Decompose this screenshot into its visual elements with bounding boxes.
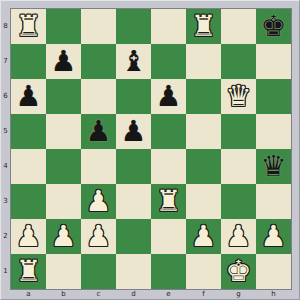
square-d5[interactable]: ♟ [116,114,151,149]
file-label-a: a [11,289,46,300]
square-f3[interactable] [186,184,221,219]
square-f2[interactable]: ♟ [186,219,221,254]
piece-black-pawn-d5[interactable]: ♟ [116,114,151,149]
square-c5[interactable]: ♟ [81,114,116,149]
piece-white-rook-e3[interactable]: ♜ [151,184,186,219]
square-d3[interactable] [116,184,151,219]
square-b3[interactable] [46,184,81,219]
square-h3[interactable] [256,184,291,219]
square-d4[interactable] [116,149,151,184]
square-g3[interactable] [221,184,256,219]
square-g4[interactable] [221,149,256,184]
square-c8[interactable] [81,9,116,44]
square-h6[interactable] [256,79,291,114]
rank-label-5: 5 [1,114,10,149]
square-h5[interactable] [256,114,291,149]
rank-label-1: 1 [1,254,10,289]
square-f4[interactable] [186,149,221,184]
file-label-g: g [221,289,256,300]
piece-white-pawn-g2[interactable]: ♟ [221,219,256,254]
square-g5[interactable] [221,114,256,149]
square-b6[interactable] [46,79,81,114]
piece-white-rook-a8[interactable]: ♜ [11,9,46,44]
file-label-e: e [151,289,186,300]
square-e3[interactable]: ♜ [151,184,186,219]
square-b1[interactable] [46,254,81,289]
piece-black-king-h8[interactable]: ♚ [256,9,291,44]
square-a3[interactable] [11,184,46,219]
chess-gui-window: 87654321 abcdefgh ♜♜♚♟♝♟♟♛♟♟♛♟♜♟♟♟♟♟♟♜♚ [0,0,300,300]
square-b8[interactable] [46,9,81,44]
square-e6[interactable]: ♟ [151,79,186,114]
square-h4[interactable]: ♛ [256,149,291,184]
square-g7[interactable] [221,44,256,79]
rank-label-8: 8 [1,9,10,44]
square-e8[interactable] [151,9,186,44]
square-c4[interactable] [81,149,116,184]
square-f1[interactable] [186,254,221,289]
piece-black-pawn-c5[interactable]: ♟ [81,114,116,149]
square-a1[interactable]: ♜ [11,254,46,289]
piece-black-bishop-d7[interactable]: ♝ [116,44,151,79]
square-c2[interactable]: ♟ [81,219,116,254]
square-e1[interactable] [151,254,186,289]
piece-black-pawn-b7[interactable]: ♟ [46,44,81,79]
square-b5[interactable] [46,114,81,149]
rank-label-7: 7 [1,44,10,79]
file-label-f: f [186,289,221,300]
square-g1[interactable]: ♚ [221,254,256,289]
chess-board: ♜♜♚♟♝♟♟♛♟♟♛♟♜♟♟♟♟♟♟♜♚ [11,9,291,289]
square-a4[interactable] [11,149,46,184]
square-c7[interactable] [81,44,116,79]
file-label-c: c [81,289,116,300]
rank-label-3: 3 [1,184,10,219]
square-c1[interactable] [81,254,116,289]
file-label-d: d [116,289,151,300]
piece-white-pawn-b2[interactable]: ♟ [46,219,81,254]
square-c3[interactable]: ♟ [81,184,116,219]
square-g8[interactable] [221,9,256,44]
square-b2[interactable]: ♟ [46,219,81,254]
piece-white-rook-f8[interactable]: ♜ [186,9,221,44]
file-label-h: h [256,289,291,300]
piece-black-queen-h4[interactable]: ♛ [256,149,291,184]
piece-black-pawn-a6[interactable]: ♟ [11,79,46,114]
square-h7[interactable] [256,44,291,79]
square-d7[interactable]: ♝ [116,44,151,79]
square-b7[interactable]: ♟ [46,44,81,79]
square-d1[interactable] [116,254,151,289]
piece-white-rook-a1[interactable]: ♜ [11,254,46,289]
piece-white-queen-g6[interactable]: ♛ [221,79,256,114]
square-e2[interactable] [151,219,186,254]
rank-label-6: 6 [1,79,10,114]
piece-white-pawn-c2[interactable]: ♟ [81,219,116,254]
square-h2[interactable]: ♟ [256,219,291,254]
rank-label-4: 4 [1,149,10,184]
piece-white-king-g1[interactable]: ♚ [221,254,256,289]
piece-black-pawn-e6[interactable]: ♟ [151,79,186,114]
square-g2[interactable]: ♟ [221,219,256,254]
piece-white-pawn-a2[interactable]: ♟ [11,219,46,254]
square-f7[interactable] [186,44,221,79]
square-e4[interactable] [151,149,186,184]
piece-white-pawn-c3[interactable]: ♟ [81,184,116,219]
square-a5[interactable] [11,114,46,149]
square-a2[interactable]: ♟ [11,219,46,254]
square-b4[interactable] [46,149,81,184]
square-d2[interactable] [116,219,151,254]
piece-white-pawn-f2[interactable]: ♟ [186,219,221,254]
square-e5[interactable] [151,114,186,149]
square-d6[interactable] [116,79,151,114]
square-g6[interactable]: ♛ [221,79,256,114]
file-label-b: b [46,289,81,300]
piece-white-pawn-h2[interactable]: ♟ [256,219,291,254]
square-f6[interactable] [186,79,221,114]
square-c6[interactable] [81,79,116,114]
square-e7[interactable] [151,44,186,79]
square-f5[interactable] [186,114,221,149]
square-h1[interactable] [256,254,291,289]
square-a8[interactable]: ♜ [11,9,46,44]
square-a6[interactable]: ♟ [11,79,46,114]
rank-label-2: 2 [1,219,10,254]
square-h8[interactable]: ♚ [256,9,291,44]
square-a7[interactable] [11,44,46,79]
square-f8[interactable]: ♜ [186,9,221,44]
square-d8[interactable] [116,9,151,44]
